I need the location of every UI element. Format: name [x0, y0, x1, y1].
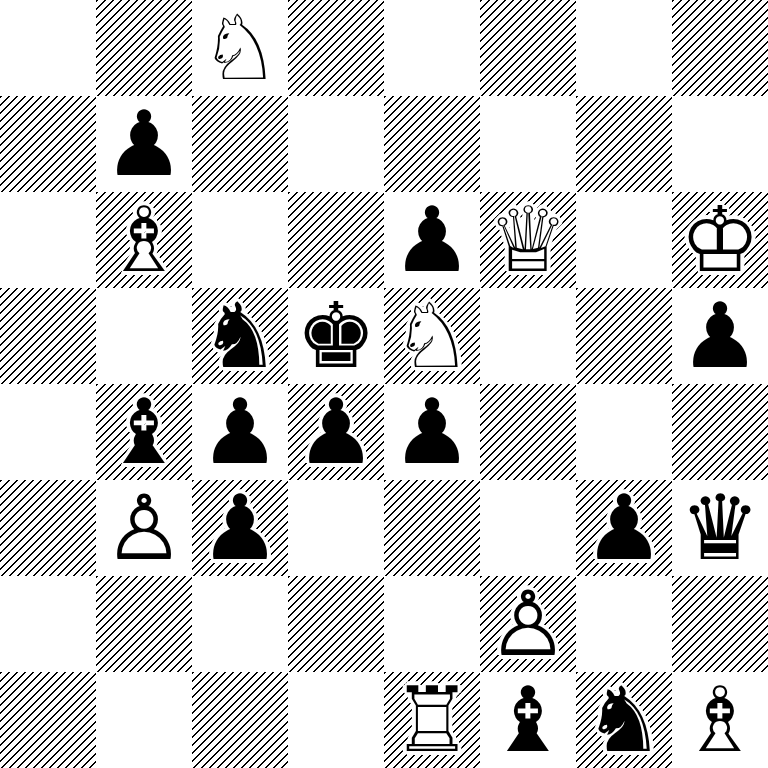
square-c2[interactable]: [192, 576, 288, 672]
square-e6[interactable]: ♟♟: [384, 192, 480, 288]
piece-black-pawn[interactable]: ♟♟: [192, 480, 288, 576]
square-d1[interactable]: [288, 672, 384, 768]
square-a7[interactable]: [0, 96, 96, 192]
piece-black-queen[interactable]: ♛♛: [672, 480, 768, 576]
square-c7[interactable]: [192, 96, 288, 192]
square-b8[interactable]: [96, 0, 192, 96]
square-a2[interactable]: [0, 576, 96, 672]
square-a3[interactable]: [0, 480, 96, 576]
piece-black-pawn[interactable]: ♟♟: [672, 288, 768, 384]
square-h8[interactable]: [672, 0, 768, 96]
square-g8[interactable]: [576, 0, 672, 96]
square-b4[interactable]: ♝♝: [96, 384, 192, 480]
piece-white-bishop[interactable]: ♝♗: [96, 192, 192, 288]
piece-white-king[interactable]: ♚♔: [672, 192, 768, 288]
square-b6[interactable]: ♝♗: [96, 192, 192, 288]
square-a4[interactable]: [0, 384, 96, 480]
square-f8[interactable]: [480, 0, 576, 96]
piece-white-knight[interactable]: ♞♘: [192, 0, 288, 96]
square-a5[interactable]: [0, 288, 96, 384]
square-f4[interactable]: [480, 384, 576, 480]
square-d3[interactable]: [288, 480, 384, 576]
square-a1[interactable]: [0, 672, 96, 768]
square-e7[interactable]: [384, 96, 480, 192]
square-e4[interactable]: ♟♟: [384, 384, 480, 480]
piece-black-king[interactable]: ♚♚: [288, 288, 384, 384]
square-f5[interactable]: [480, 288, 576, 384]
piece-black-pawn[interactable]: ♟♟: [384, 384, 480, 480]
black-pawn-icon: ♟: [192, 480, 288, 576]
piece-black-pawn[interactable]: ♟♟: [288, 384, 384, 480]
square-f2[interactable]: ♟♙: [480, 576, 576, 672]
piece-white-knight[interactable]: ♞♘: [384, 288, 480, 384]
square-b1[interactable]: [96, 672, 192, 768]
square-h4[interactable]: [672, 384, 768, 480]
square-h6[interactable]: ♚♔: [672, 192, 768, 288]
square-g7[interactable]: [576, 96, 672, 192]
piece-black-bishop[interactable]: ♝♝: [480, 672, 576, 768]
piece-black-pawn[interactable]: ♟♟: [96, 96, 192, 192]
square-h5[interactable]: ♟♟: [672, 288, 768, 384]
white-king-icon: ♔: [672, 192, 768, 288]
white-pawn-icon: ♙: [96, 480, 192, 576]
black-pawn-icon: ♟: [192, 384, 288, 480]
piece-white-pawn[interactable]: ♟♙: [96, 480, 192, 576]
square-e5[interactable]: ♞♘: [384, 288, 480, 384]
square-a6[interactable]: [0, 192, 96, 288]
black-king-icon: ♚: [288, 288, 384, 384]
square-e2[interactable]: [384, 576, 480, 672]
black-knight-icon: ♞: [192, 288, 288, 384]
piece-white-pawn[interactable]: ♟♙: [480, 576, 576, 672]
square-e8[interactable]: [384, 0, 480, 96]
black-bishop-icon: ♝: [96, 384, 192, 480]
piece-black-knight[interactable]: ♞♞: [576, 672, 672, 768]
square-f1[interactable]: ♝♝: [480, 672, 576, 768]
square-e3[interactable]: [384, 480, 480, 576]
black-knight-icon: ♞: [576, 672, 672, 768]
square-d2[interactable]: [288, 576, 384, 672]
square-c4[interactable]: ♟♟: [192, 384, 288, 480]
square-c5[interactable]: ♞♞: [192, 288, 288, 384]
square-g3[interactable]: ♟♟: [576, 480, 672, 576]
piece-white-rook[interactable]: ♜♖: [384, 672, 480, 768]
piece-black-bishop[interactable]: ♝♝: [96, 384, 192, 480]
black-pawn-icon: ♟: [288, 384, 384, 480]
square-c8[interactable]: ♞♘: [192, 0, 288, 96]
square-a8[interactable]: [0, 0, 96, 96]
square-c6[interactable]: [192, 192, 288, 288]
square-h1[interactable]: ♝♗: [672, 672, 768, 768]
square-h2[interactable]: [672, 576, 768, 672]
square-h7[interactable]: [672, 96, 768, 192]
square-d7[interactable]: [288, 96, 384, 192]
black-pawn-icon: ♟: [96, 96, 192, 192]
square-d6[interactable]: [288, 192, 384, 288]
white-bishop-icon: ♗: [672, 672, 768, 768]
black-pawn-icon: ♟: [384, 192, 480, 288]
square-g5[interactable]: [576, 288, 672, 384]
square-b7[interactable]: ♟♟: [96, 96, 192, 192]
square-c3[interactable]: ♟♟: [192, 480, 288, 576]
square-g4[interactable]: [576, 384, 672, 480]
white-rook-icon: ♖: [384, 672, 480, 768]
white-knight-icon: ♘: [384, 288, 480, 384]
black-pawn-icon: ♟: [576, 480, 672, 576]
square-h3[interactable]: ♛♛: [672, 480, 768, 576]
square-g2[interactable]: [576, 576, 672, 672]
piece-white-queen[interactable]: ♛♕: [480, 192, 576, 288]
square-g6[interactable]: [576, 192, 672, 288]
square-g1[interactable]: ♞♞: [576, 672, 672, 768]
square-b2[interactable]: [96, 576, 192, 672]
white-bishop-icon: ♗: [96, 192, 192, 288]
piece-black-pawn[interactable]: ♟♟: [384, 192, 480, 288]
black-bishop-icon: ♝: [480, 672, 576, 768]
square-d8[interactable]: [288, 0, 384, 96]
square-b5[interactable]: [96, 288, 192, 384]
black-pawn-icon: ♟: [672, 288, 768, 384]
white-queen-icon: ♕: [480, 192, 576, 288]
square-f7[interactable]: [480, 96, 576, 192]
square-c1[interactable]: [192, 672, 288, 768]
piece-black-pawn[interactable]: ♟♟: [576, 480, 672, 576]
piece-black-pawn[interactable]: ♟♟: [192, 384, 288, 480]
black-queen-icon: ♛: [672, 480, 768, 576]
white-pawn-icon: ♙: [480, 576, 576, 672]
piece-black-knight[interactable]: ♞♞: [192, 288, 288, 384]
white-knight-icon: ♘: [192, 0, 288, 96]
square-d4[interactable]: ♟♟: [288, 384, 384, 480]
piece-white-bishop[interactable]: ♝♗: [672, 672, 768, 768]
chess-board: ♞♘♟♟♝♗♟♟♛♕♚♔♞♞♚♚♞♘♟♟♝♝♟♟♟♟♟♟♟♙♟♟♟♟♛♛♟♙♜♖…: [0, 0, 768, 768]
black-pawn-icon: ♟: [384, 384, 480, 480]
square-d5[interactable]: ♚♚: [288, 288, 384, 384]
square-f6[interactable]: ♛♕: [480, 192, 576, 288]
square-e1[interactable]: ♜♖: [384, 672, 480, 768]
square-b3[interactable]: ♟♙: [96, 480, 192, 576]
square-f3[interactable]: [480, 480, 576, 576]
